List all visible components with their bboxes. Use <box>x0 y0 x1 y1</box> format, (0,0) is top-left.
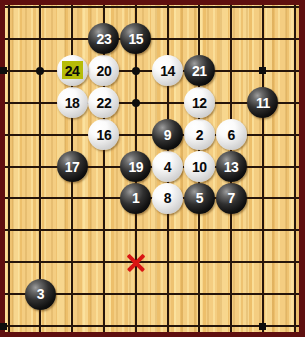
point-marker-square <box>259 67 266 74</box>
grid-line-horizontal <box>5 325 299 327</box>
grid-line-horizontal <box>5 6 299 8</box>
stone-number: 16 <box>97 128 112 142</box>
point-marker-dot <box>132 67 140 75</box>
stone-number: 14 <box>160 64 175 78</box>
x-mark-annotation <box>125 252 147 274</box>
point-marker-square <box>0 323 7 330</box>
point-marker-dot <box>36 67 44 75</box>
stone-7[interactable]: 7 <box>216 183 247 214</box>
stone-19[interactable]: 19 <box>120 151 151 182</box>
stone-number: 11 <box>256 96 270 110</box>
stone-number: 2 <box>196 128 203 142</box>
stone-1[interactable]: 1 <box>120 183 151 214</box>
stone-2[interactable]: 2 <box>184 119 215 150</box>
stone-18[interactable]: 18 <box>57 87 88 118</box>
stone-number: 4 <box>164 160 171 174</box>
grid-line-horizontal <box>5 38 299 40</box>
stone-number: 24 <box>65 64 80 78</box>
stone-number: 5 <box>196 191 203 205</box>
stone-number: 20 <box>97 64 112 78</box>
stone-15[interactable]: 15 <box>120 23 151 54</box>
stone-number: 8 <box>164 191 171 205</box>
stone-number: 10 <box>192 160 207 174</box>
stone-number: 3 <box>37 287 44 301</box>
stone-9[interactable]: 9 <box>152 119 183 150</box>
stone-5[interactable]: 5 <box>184 183 215 214</box>
stone-number: 15 <box>128 32 143 46</box>
stone-3[interactable]: 3 <box>25 279 56 310</box>
stone-number: 18 <box>65 96 80 110</box>
stone-number: 1 <box>132 191 139 205</box>
stone-4[interactable]: 4 <box>152 151 183 182</box>
stone-11[interactable]: 11 <box>247 87 278 118</box>
stone-13[interactable]: 13 <box>216 151 247 182</box>
stone-number: 6 <box>227 128 234 142</box>
stone-number: 9 <box>164 128 171 142</box>
stone-21[interactable]: 21 <box>184 55 215 86</box>
stone-number: 13 <box>224 160 239 174</box>
stone-number: 12 <box>192 96 207 110</box>
grid-line-horizontal <box>5 229 299 231</box>
stone-22[interactable]: 22 <box>88 87 119 118</box>
stone-16[interactable]: 16 <box>88 119 119 150</box>
point-marker-square <box>0 67 7 74</box>
stone-23[interactable]: 23 <box>88 23 119 54</box>
stone-number: 23 <box>97 32 112 46</box>
stone-24[interactable]: 24 <box>57 55 88 86</box>
screenshot-root: 123456789101112131415161718192021222324 <box>0 0 305 337</box>
stone-10[interactable]: 10 <box>184 151 215 182</box>
stone-14[interactable]: 14 <box>152 55 183 86</box>
stone-8[interactable]: 8 <box>152 183 183 214</box>
stone-20[interactable]: 20 <box>88 55 119 86</box>
grid-line-vertical <box>262 5 264 332</box>
stone-6[interactable]: 6 <box>216 119 247 150</box>
stone-number: 7 <box>227 191 234 205</box>
stone-number: 21 <box>192 64 207 78</box>
point-marker-dot <box>132 99 140 107</box>
point-marker-square <box>259 323 266 330</box>
go-board[interactable]: 123456789101112131415161718192021222324 <box>5 5 299 332</box>
stone-number: 22 <box>97 96 112 110</box>
grid-line-vertical <box>294 5 296 332</box>
stone-number: 17 <box>65 160 80 174</box>
board-frame: 123456789101112131415161718192021222324 <box>0 0 305 337</box>
grid-line-vertical <box>103 5 105 332</box>
stone-number: 19 <box>128 160 143 174</box>
stone-17[interactable]: 17 <box>57 151 88 182</box>
stone-12[interactable]: 12 <box>184 87 215 118</box>
grid-line-horizontal <box>5 261 299 263</box>
grid-line-vertical <box>8 5 10 332</box>
